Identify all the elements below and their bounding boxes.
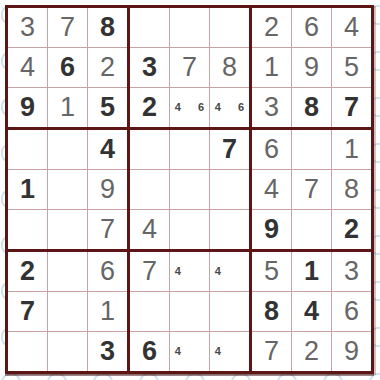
cell-r6c2[interactable] xyxy=(48,210,87,249)
cell-r5c7[interactable]: 4 xyxy=(252,170,291,209)
candidate-digit: 4 xyxy=(212,265,224,277)
cell-r6c9[interactable]: 2 xyxy=(332,210,371,249)
cell-r5c4[interactable] xyxy=(130,170,169,209)
cell-r9c1[interactable] xyxy=(8,332,47,371)
entered-digit: 8 xyxy=(222,54,237,81)
cell-r6c1[interactable] xyxy=(8,210,47,249)
sudoku-box-2-2: 74 xyxy=(130,130,249,249)
cell-r4c6[interactable]: 7 xyxy=(210,130,249,169)
cell-r2c6[interactable]: 8 xyxy=(210,48,249,87)
cell-r4c3[interactable]: 4 xyxy=(88,130,127,169)
given-digit: 9 xyxy=(264,216,279,243)
cell-r2c3[interactable]: 2 xyxy=(88,48,127,87)
cell-r7c8[interactable]: 1 xyxy=(292,252,331,291)
given-digit: 3 xyxy=(100,338,115,365)
cell-r6c4[interactable]: 4 xyxy=(130,210,169,249)
candidate-digit: 4 xyxy=(172,101,184,113)
sudoku-box-1-3: 264195387 xyxy=(252,8,371,127)
cell-r3c3[interactable]: 5 xyxy=(88,88,127,127)
cell-r6c8[interactable] xyxy=(292,210,331,249)
given-digit: 7 xyxy=(222,136,237,163)
given-digit: 8 xyxy=(304,94,319,121)
cell-r9c7[interactable]: 7 xyxy=(252,332,291,371)
given-digit: 8 xyxy=(264,298,279,325)
cell-r5c2[interactable] xyxy=(48,170,87,209)
entered-digit: 7 xyxy=(264,338,279,365)
cell-r6c7[interactable]: 9 xyxy=(252,210,291,249)
entered-digit: 2 xyxy=(304,338,319,365)
given-digit: 4 xyxy=(304,298,319,325)
cell-r7c4[interactable]: 7 xyxy=(130,252,169,291)
entered-digit: 9 xyxy=(304,54,319,81)
entered-digit: 7 xyxy=(182,54,197,81)
entered-digit: 5 xyxy=(344,54,359,81)
cell-r1c2[interactable]: 7 xyxy=(48,8,87,47)
candidate-grid: 4 xyxy=(172,253,207,290)
cell-r9c8[interactable]: 2 xyxy=(292,332,331,371)
cell-r2c2[interactable]: 6 xyxy=(48,48,87,87)
cell-r1c6[interactable] xyxy=(210,8,249,47)
entered-digit: 7 xyxy=(60,14,75,41)
entered-digit: 1 xyxy=(264,54,279,81)
entered-digit: 2 xyxy=(100,54,115,81)
entered-digit: 6 xyxy=(264,136,279,163)
given-digit: 3 xyxy=(142,54,157,81)
candidate-digit: 4 xyxy=(172,265,184,277)
given-digit: 9 xyxy=(20,94,35,121)
candidate-digit: 6 xyxy=(235,101,247,113)
entered-digit: 9 xyxy=(100,176,115,203)
given-digit: 1 xyxy=(304,258,319,285)
entered-digit: 5 xyxy=(264,258,279,285)
cell-r6c3[interactable]: 7 xyxy=(88,210,127,249)
candidate-grid: 4 xyxy=(212,253,247,290)
entered-digit: 4 xyxy=(20,54,35,81)
cell-r1c3[interactable]: 8 xyxy=(88,8,127,47)
entered-digit: 3 xyxy=(344,258,359,285)
cell-r4c5[interactable] xyxy=(170,130,209,169)
entered-digit: 7 xyxy=(304,176,319,203)
candidate-grid: 46 xyxy=(212,89,247,126)
cell-r5c5[interactable] xyxy=(170,170,209,209)
cell-r8c9[interactable]: 6 xyxy=(332,292,371,331)
cell-r8c2[interactable] xyxy=(48,292,87,331)
entered-digit: 4 xyxy=(142,216,157,243)
candidate-digit: 6 xyxy=(195,101,207,113)
given-digit: 4 xyxy=(100,136,115,163)
sudoku-box-3-3: 513846729 xyxy=(252,252,371,371)
cell-r4c7[interactable]: 6 xyxy=(252,130,291,169)
cell-r3c6[interactable]: 46 xyxy=(210,88,249,127)
cell-r7c1[interactable]: 2 xyxy=(8,252,47,291)
given-digit: 1 xyxy=(20,176,35,203)
cell-r8c3[interactable]: 1 xyxy=(88,292,127,331)
cell-r2c9[interactable]: 5 xyxy=(332,48,371,87)
given-digit: 2 xyxy=(142,94,157,121)
cell-r9c5[interactable]: 4 xyxy=(170,332,209,371)
candidate-digit: 4 xyxy=(212,101,224,113)
sudoku-box-3-1: 26713 xyxy=(8,252,127,371)
entered-digit: 1 xyxy=(344,136,359,163)
cell-r3c9[interactable]: 7 xyxy=(332,88,371,127)
entered-digit: 4 xyxy=(264,176,279,203)
cell-r4c9[interactable]: 1 xyxy=(332,130,371,169)
cell-r2c8[interactable]: 9 xyxy=(292,48,331,87)
entered-digit: 1 xyxy=(100,298,115,325)
cell-r5c1[interactable]: 1 xyxy=(8,170,47,209)
cell-r5c9[interactable]: 8 xyxy=(332,170,371,209)
cell-r6c6[interactable] xyxy=(210,210,249,249)
cell-r3c8[interactable]: 8 xyxy=(292,88,331,127)
cell-r1c9[interactable]: 4 xyxy=(332,8,371,47)
entered-digit: 9 xyxy=(344,338,359,365)
entered-digit: 4 xyxy=(344,14,359,41)
cell-r8c4[interactable] xyxy=(130,292,169,331)
candidate-digit: 4 xyxy=(172,345,184,357)
entered-digit: 7 xyxy=(100,216,115,243)
cell-r7c3[interactable]: 6 xyxy=(88,252,127,291)
cell-r2c7[interactable]: 1 xyxy=(252,48,291,87)
candidate-grid: 46 xyxy=(172,89,207,126)
cell-r1c7[interactable]: 2 xyxy=(252,8,291,47)
cell-r8c6[interactable] xyxy=(210,292,249,331)
background: 3784629153782464626419538741977461478922… xyxy=(0,0,380,380)
cell-r5c8[interactable]: 7 xyxy=(292,170,331,209)
cell-r3c7[interactable]: 3 xyxy=(252,88,291,127)
given-digit: 6 xyxy=(142,338,157,365)
sudoku-box-2-1: 4197 xyxy=(8,130,127,249)
candidate-grid: 4 xyxy=(172,333,207,370)
sudoku-board: 3784629153782464626419538741977461478922… xyxy=(5,5,374,374)
cell-r8c1[interactable]: 7 xyxy=(8,292,47,331)
cell-r1c4[interactable] xyxy=(130,8,169,47)
cell-r3c2[interactable]: 1 xyxy=(48,88,87,127)
given-digit: 7 xyxy=(20,298,35,325)
given-digit: 7 xyxy=(344,94,359,121)
entered-digit: 8 xyxy=(344,176,359,203)
sudoku-box-2-3: 6147892 xyxy=(252,130,371,249)
given-digit: 6 xyxy=(60,54,75,81)
given-digit: 2 xyxy=(20,258,35,285)
cell-r1c1[interactable]: 3 xyxy=(8,8,47,47)
sudoku-box-3-2: 744644 xyxy=(130,252,249,371)
cell-r7c6[interactable]: 4 xyxy=(210,252,249,291)
cell-r6c5[interactable] xyxy=(170,210,209,249)
entered-digit: 6 xyxy=(100,258,115,285)
cell-r7c7[interactable]: 5 xyxy=(252,252,291,291)
cell-r3c1[interactable]: 9 xyxy=(8,88,47,127)
cell-r9c6[interactable]: 4 xyxy=(210,332,249,371)
sudoku-box-1-1: 378462915 xyxy=(8,8,127,127)
entered-digit: 6 xyxy=(304,14,319,41)
cell-r4c1[interactable] xyxy=(8,130,47,169)
given-digit: 5 xyxy=(100,94,115,121)
cell-r5c6[interactable] xyxy=(210,170,249,209)
cell-r7c9[interactable]: 3 xyxy=(332,252,371,291)
entered-digit: 7 xyxy=(142,258,157,285)
cell-r8c7[interactable]: 8 xyxy=(252,292,291,331)
cell-r2c5[interactable]: 7 xyxy=(170,48,209,87)
cell-r8c5[interactable] xyxy=(170,292,209,331)
entered-digit: 2 xyxy=(264,14,279,41)
cell-r7c2[interactable] xyxy=(48,252,87,291)
entered-digit: 3 xyxy=(264,94,279,121)
cell-r4c2[interactable] xyxy=(48,130,87,169)
cell-r9c2[interactable] xyxy=(48,332,87,371)
cell-r2c1[interactable]: 4 xyxy=(8,48,47,87)
cell-r9c3[interactable]: 3 xyxy=(88,332,127,371)
cell-r5c3[interactable]: 9 xyxy=(88,170,127,209)
cell-r9c9[interactable]: 9 xyxy=(332,332,371,371)
cell-r1c8[interactable]: 6 xyxy=(292,8,331,47)
cell-r4c4[interactable] xyxy=(130,130,169,169)
candidate-grid: 4 xyxy=(212,333,247,370)
given-digit: 8 xyxy=(100,14,115,41)
cell-r8c8[interactable]: 4 xyxy=(292,292,331,331)
cell-r3c4[interactable]: 2 xyxy=(130,88,169,127)
cell-r4c8[interactable] xyxy=(292,130,331,169)
given-digit: 2 xyxy=(344,216,359,243)
entered-digit: 6 xyxy=(344,298,359,325)
candidate-digit: 4 xyxy=(212,345,224,357)
cell-r3c5[interactable]: 46 xyxy=(170,88,209,127)
cell-r1c5[interactable] xyxy=(170,8,209,47)
cell-r9c4[interactable]: 6 xyxy=(130,332,169,371)
sudoku-box-1-2: 37824646 xyxy=(130,8,249,127)
cell-r2c4[interactable]: 3 xyxy=(130,48,169,87)
entered-digit: 1 xyxy=(60,94,75,121)
cell-r7c5[interactable]: 4 xyxy=(170,252,209,291)
entered-digit: 3 xyxy=(20,14,35,41)
